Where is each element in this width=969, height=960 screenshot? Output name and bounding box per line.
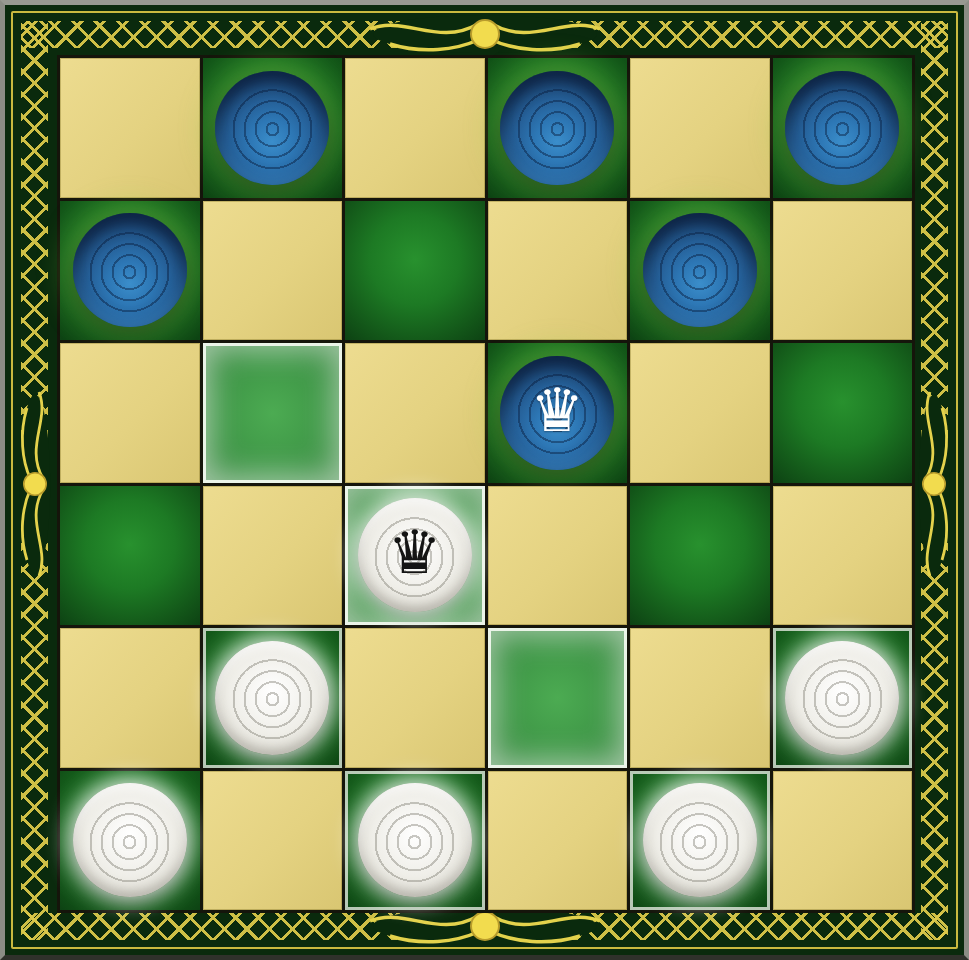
- square-r2c2[interactable]: [203, 201, 343, 341]
- square-r4c1[interactable]: [60, 486, 200, 626]
- square-r5c1[interactable]: [60, 628, 200, 768]
- square-r4c2[interactable]: [203, 486, 343, 626]
- blue-king[interactable]: ♛: [500, 356, 614, 470]
- square-r4c4[interactable]: [488, 486, 628, 626]
- square-r5c5[interactable]: [630, 628, 770, 768]
- square-r1c3[interactable]: [345, 58, 485, 198]
- square-r1c5[interactable]: [630, 58, 770, 198]
- white-man[interactable]: [215, 641, 329, 755]
- square-r6c6[interactable]: [773, 771, 913, 911]
- frame-lattice-left: [21, 21, 48, 940]
- square-r3c3[interactable]: [345, 343, 485, 483]
- blue-man[interactable]: [643, 213, 757, 327]
- square-r6c5[interactable]: [630, 771, 770, 911]
- square-r6c3[interactable]: [345, 771, 485, 911]
- white-king[interactable]: ♛: [358, 498, 472, 612]
- square-r2c1[interactable]: [60, 201, 200, 341]
- square-r4c6[interactable]: [773, 486, 913, 626]
- blue-man[interactable]: [500, 71, 614, 185]
- white-man[interactable]: [643, 783, 757, 897]
- white-man[interactable]: [358, 783, 472, 897]
- checkers-game-window: ♛♛: [0, 0, 969, 960]
- square-r6c4[interactable]: [488, 771, 628, 911]
- frame-lattice-top: [21, 21, 948, 48]
- square-r2c5[interactable]: [630, 201, 770, 341]
- square-r3c4[interactable]: ♛: [488, 343, 628, 483]
- blue-man[interactable]: [785, 71, 899, 185]
- square-r6c1[interactable]: [60, 771, 200, 911]
- frame-lattice-bottom: [21, 913, 948, 940]
- square-r5c2[interactable]: [203, 628, 343, 768]
- blue-man[interactable]: [215, 71, 329, 185]
- square-r2c4[interactable]: [488, 201, 628, 341]
- king-crown-icon: ♛: [530, 380, 584, 440]
- square-r1c6[interactable]: [773, 58, 913, 198]
- square-r3c1[interactable]: [60, 343, 200, 483]
- square-r5c4[interactable]: [488, 628, 628, 768]
- square-r3c5[interactable]: [630, 343, 770, 483]
- square-r4c5[interactable]: [630, 486, 770, 626]
- blue-man[interactable]: [73, 213, 187, 327]
- checkers-board: ♛♛: [57, 55, 915, 913]
- white-man[interactable]: [73, 783, 187, 897]
- white-man[interactable]: [785, 641, 899, 755]
- square-r3c2[interactable]: [203, 343, 343, 483]
- king-crown-icon: ♛: [388, 522, 442, 582]
- square-r5c6[interactable]: [773, 628, 913, 768]
- square-r2c3[interactable]: [345, 201, 485, 341]
- square-r5c3[interactable]: [345, 628, 485, 768]
- square-r6c2[interactable]: [203, 771, 343, 911]
- square-r1c4[interactable]: [488, 58, 628, 198]
- square-r1c2[interactable]: [203, 58, 343, 198]
- square-r1c1[interactable]: [60, 58, 200, 198]
- square-r4c3[interactable]: ♛: [345, 486, 485, 626]
- square-r3c6[interactable]: [773, 343, 913, 483]
- square-r2c6[interactable]: [773, 201, 913, 341]
- frame-lattice-right: [921, 21, 948, 940]
